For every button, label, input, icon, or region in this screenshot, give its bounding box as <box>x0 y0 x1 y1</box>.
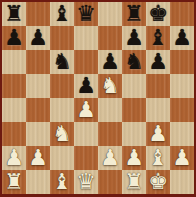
square-b4[interactable] <box>26 98 50 122</box>
square-g2[interactable]: ♝ <box>146 146 170 170</box>
white-queen[interactable]: ♛ <box>76 170 96 194</box>
white-pawn[interactable]: ♟ <box>76 98 96 122</box>
square-c2[interactable] <box>50 146 74 170</box>
white-pawn[interactable]: ♟ <box>28 146 48 170</box>
square-f2[interactable]: ♟ <box>122 146 146 170</box>
square-e3[interactable] <box>98 122 122 146</box>
square-b6[interactable] <box>26 50 50 74</box>
black-knight[interactable]: ♞ <box>124 50 144 74</box>
black-king[interactable]: ♚ <box>148 2 168 26</box>
square-c7[interactable] <box>50 26 74 50</box>
black-pawn[interactable]: ♟ <box>148 50 168 74</box>
black-pawn[interactable]: ♟ <box>76 74 96 98</box>
square-g7[interactable]: ♝ <box>146 26 170 50</box>
square-d8[interactable]: ♛ <box>74 2 98 26</box>
square-c8[interactable]: ♝ <box>50 2 74 26</box>
black-pawn[interactable]: ♟ <box>124 26 144 50</box>
square-f3[interactable] <box>122 122 146 146</box>
square-c6[interactable]: ♞ <box>50 50 74 74</box>
black-rook[interactable]: ♜ <box>124 2 144 26</box>
white-knight[interactable]: ♞ <box>100 74 120 98</box>
square-a3[interactable] <box>2 122 26 146</box>
white-bishop[interactable]: ♝ <box>148 146 168 170</box>
square-a1[interactable]: ♜ <box>2 170 26 194</box>
square-g8[interactable]: ♚ <box>146 2 170 26</box>
square-g4[interactable] <box>146 98 170 122</box>
white-bishop[interactable]: ♝ <box>52 170 72 194</box>
square-e4[interactable] <box>98 98 122 122</box>
square-e7[interactable] <box>98 26 122 50</box>
square-a4[interactable] <box>2 98 26 122</box>
square-a5[interactable] <box>2 74 26 98</box>
square-b8[interactable] <box>26 2 50 26</box>
square-g5[interactable] <box>146 74 170 98</box>
black-pawn[interactable]: ♟ <box>172 26 192 50</box>
square-f6[interactable]: ♞ <box>122 50 146 74</box>
square-h2[interactable]: ♟ <box>170 146 194 170</box>
square-a6[interactable] <box>2 50 26 74</box>
square-f8[interactable]: ♜ <box>122 2 146 26</box>
square-f1[interactable]: ♜ <box>122 170 146 194</box>
square-d5[interactable]: ♟ <box>74 74 98 98</box>
black-queen[interactable]: ♛ <box>76 2 96 26</box>
black-pawn[interactable]: ♟ <box>100 50 120 74</box>
square-h7[interactable]: ♟ <box>170 26 194 50</box>
white-pawn[interactable]: ♟ <box>148 122 168 146</box>
square-e6[interactable]: ♟ <box>98 50 122 74</box>
square-d7[interactable] <box>74 26 98 50</box>
black-bishop[interactable]: ♝ <box>52 2 72 26</box>
square-h8[interactable] <box>170 2 194 26</box>
square-h4[interactable] <box>170 98 194 122</box>
square-b5[interactable] <box>26 74 50 98</box>
square-h3[interactable] <box>170 122 194 146</box>
square-c5[interactable] <box>50 74 74 98</box>
square-d1[interactable]: ♛ <box>74 170 98 194</box>
black-pawn[interactable]: ♟ <box>4 26 24 50</box>
black-pawn[interactable]: ♟ <box>28 26 48 50</box>
square-c3[interactable]: ♞ <box>50 122 74 146</box>
square-h5[interactable] <box>170 74 194 98</box>
square-b7[interactable]: ♟ <box>26 26 50 50</box>
square-h6[interactable] <box>170 50 194 74</box>
white-knight[interactable]: ♞ <box>52 122 72 146</box>
square-e2[interactable]: ♟ <box>98 146 122 170</box>
square-a2[interactable]: ♟ <box>2 146 26 170</box>
chess-board-frame: ♜♝♛♜♚♟♟♟♝♟♞♟♞♟♟♞♟♞♟♟♟♟♟♝♟♜♝♛♜♚ <box>0 0 196 197</box>
square-e5[interactable]: ♞ <box>98 74 122 98</box>
square-b2[interactable]: ♟ <box>26 146 50 170</box>
square-d3[interactable] <box>74 122 98 146</box>
square-b1[interactable] <box>26 170 50 194</box>
chess-board: ♜♝♛♜♚♟♟♟♝♟♞♟♞♟♟♞♟♞♟♟♟♟♟♝♟♜♝♛♜♚ <box>2 2 194 194</box>
white-king[interactable]: ♚ <box>148 170 168 194</box>
square-d6[interactable] <box>74 50 98 74</box>
square-f4[interactable] <box>122 98 146 122</box>
white-pawn[interactable]: ♟ <box>100 146 120 170</box>
black-bishop[interactable]: ♝ <box>148 26 168 50</box>
black-knight[interactable]: ♞ <box>52 50 72 74</box>
square-f5[interactable] <box>122 74 146 98</box>
square-c1[interactable]: ♝ <box>50 170 74 194</box>
square-h1[interactable] <box>170 170 194 194</box>
square-g6[interactable]: ♟ <box>146 50 170 74</box>
white-pawn[interactable]: ♟ <box>4 146 24 170</box>
square-g3[interactable]: ♟ <box>146 122 170 146</box>
square-a8[interactable]: ♜ <box>2 2 26 26</box>
square-a7[interactable]: ♟ <box>2 26 26 50</box>
black-rook[interactable]: ♜ <box>4 2 24 26</box>
white-rook[interactable]: ♜ <box>4 170 24 194</box>
square-d4[interactable]: ♟ <box>74 98 98 122</box>
white-pawn[interactable]: ♟ <box>172 146 192 170</box>
square-d2[interactable] <box>74 146 98 170</box>
white-pawn[interactable]: ♟ <box>124 146 144 170</box>
square-g1[interactable]: ♚ <box>146 170 170 194</box>
square-e8[interactable] <box>98 2 122 26</box>
square-f7[interactable]: ♟ <box>122 26 146 50</box>
square-e1[interactable] <box>98 170 122 194</box>
square-b3[interactable] <box>26 122 50 146</box>
white-rook[interactable]: ♜ <box>124 170 144 194</box>
square-c4[interactable] <box>50 98 74 122</box>
